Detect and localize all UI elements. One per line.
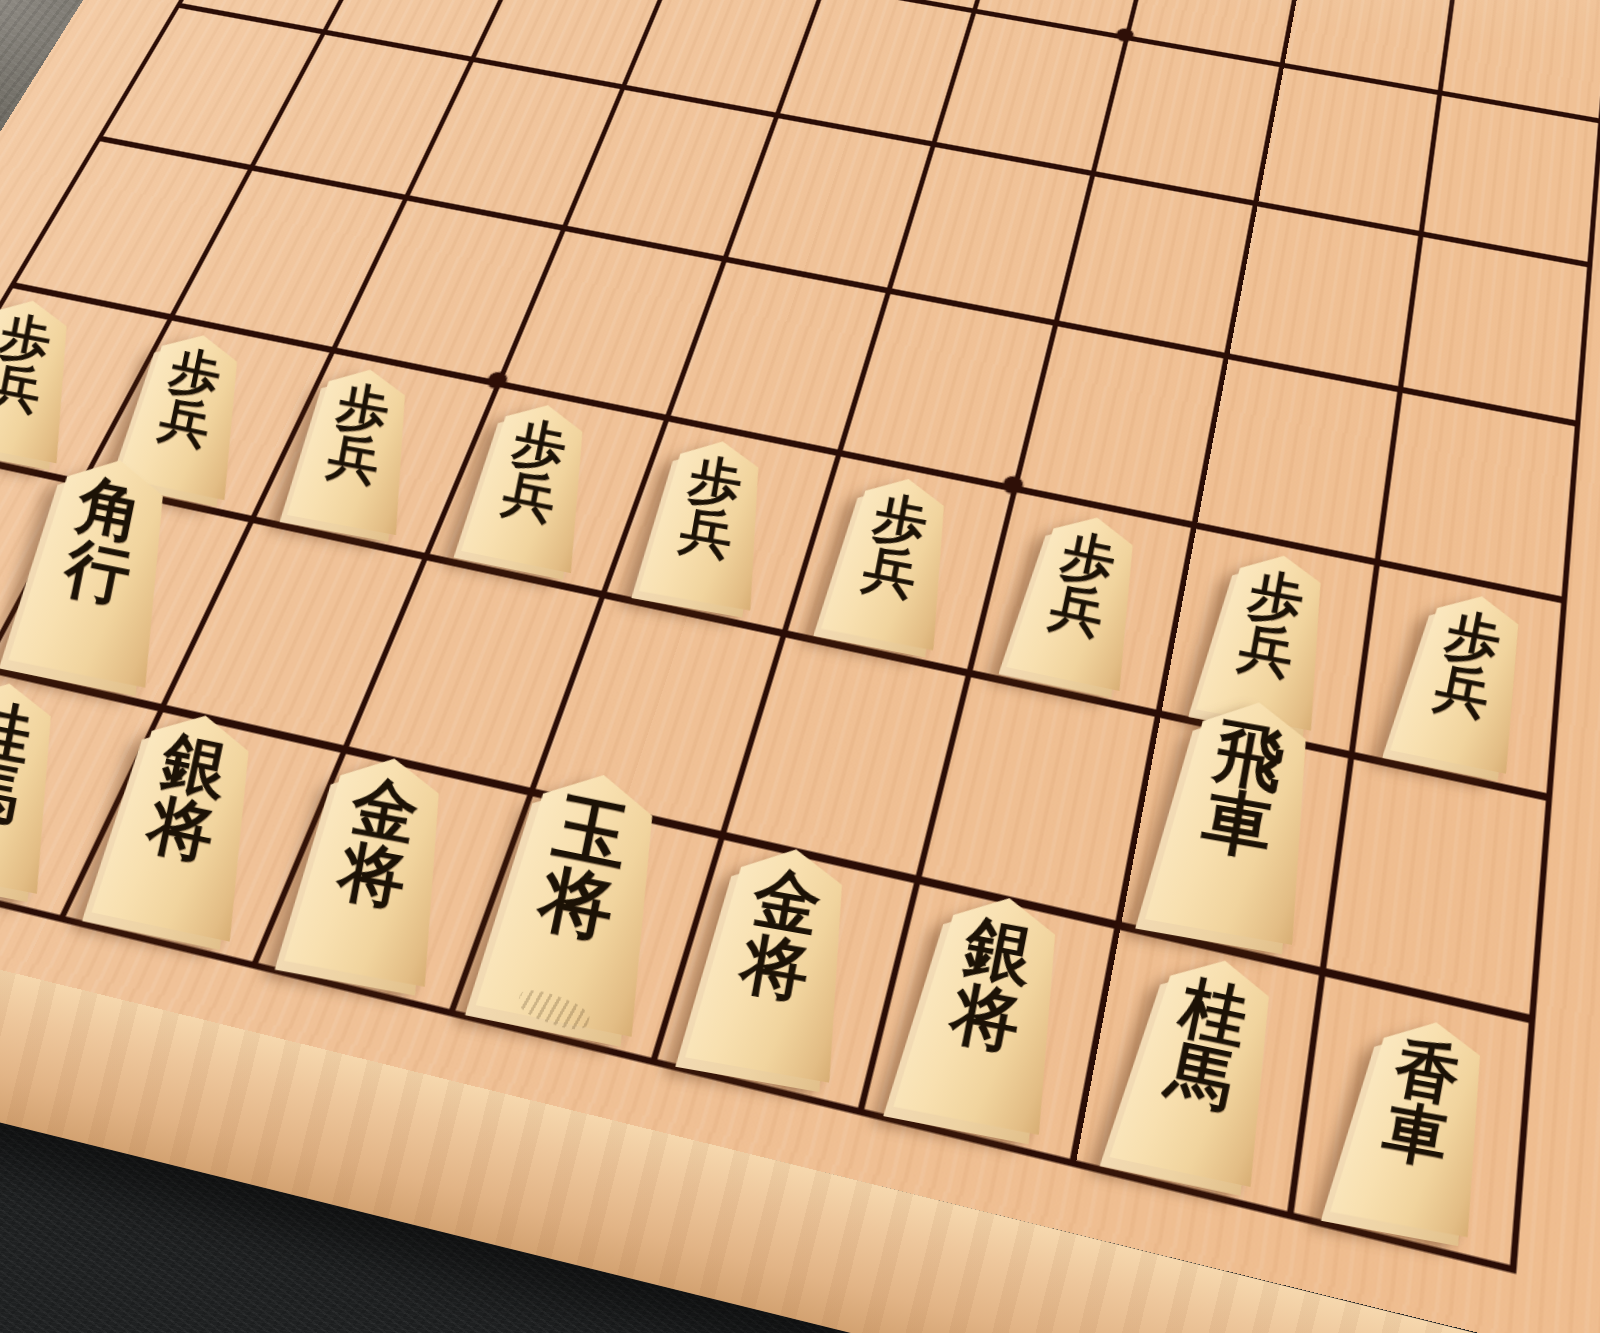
piece-kanji: 兵 [677, 502, 737, 562]
piece-pawn[interactable]: 歩兵 [1007, 506, 1154, 692]
piece-kanji: 車 [1198, 784, 1278, 864]
piece-kanji: 将 [535, 859, 621, 945]
piece-rook[interactable]: 飛車 [1145, 690, 1333, 945]
piece-kanji: 馬 [0, 756, 25, 829]
piece-king[interactable]: 玉将 [476, 759, 682, 1037]
piece-bishop[interactable]: 角行 [8, 446, 188, 687]
piece-knight[interactable]: 桂馬 [1109, 946, 1295, 1187]
piece-lance[interactable]: 香車 [1331, 1010, 1506, 1238]
piece-kanji: 桂 [0, 695, 37, 768]
piece-kanji: 将 [737, 929, 815, 1007]
piece-silver-general[interactable]: 銀将 [92, 701, 275, 942]
piece-kanji: 将 [946, 977, 1026, 1057]
photo-stage: 香車桂馬銀将金将玉将金将銀将桂馬香車角行飛車歩兵歩兵歩兵歩兵歩兵歩兵歩兵歩兵歩兵 [0, 0, 1600, 1333]
piece-pawn[interactable]: 歩兵 [461, 394, 603, 573]
piece-kanji: 兵 [0, 359, 45, 418]
piece-kanji: 兵 [1431, 659, 1495, 723]
piece-gold-general[interactable]: 金将 [285, 745, 465, 986]
piece-pawn[interactable]: 歩兵 [0, 290, 86, 463]
piece-face: 桂馬 [0, 671, 75, 894]
piece-kanji: 将 [335, 836, 412, 913]
piece-kanji: 車 [1379, 1098, 1454, 1173]
piece-kanji: 行 [59, 534, 134, 609]
pieces-layer: 香車桂馬銀将金将玉将金将銀将桂馬香車角行飛車歩兵歩兵歩兵歩兵歩兵歩兵歩兵歩兵歩兵 [0, 0, 1600, 1333]
piece-kanji: 将 [143, 790, 220, 867]
piece-kanji: 兵 [499, 466, 560, 527]
piece-pawn[interactable]: 歩兵 [821, 468, 965, 650]
piece-knight[interactable]: 桂馬 [0, 671, 75, 894]
piece-silver-general[interactable]: 銀将 [893, 884, 1082, 1135]
piece-kanji: 兵 [1235, 619, 1298, 682]
piece-pawn[interactable]: 歩兵 [1390, 584, 1540, 773]
piece-gold-general[interactable]: 金将 [685, 837, 868, 1083]
piece-face: 歩兵 [0, 290, 86, 463]
piece-pawn[interactable]: 歩兵 [287, 359, 425, 535]
piece-kanji: 兵 [859, 540, 921, 602]
piece-kanji: 兵 [324, 429, 383, 488]
piece-kanji: 馬 [1161, 1037, 1239, 1115]
piece-kanji: 兵 [155, 393, 214, 452]
piece-pawn[interactable]: 歩兵 [639, 431, 779, 610]
piece-kanji: 兵 [1047, 579, 1110, 642]
